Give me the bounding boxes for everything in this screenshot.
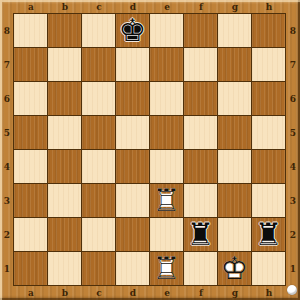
piece-white-king[interactable]: ♚♔	[218, 252, 251, 285]
square-e3[interactable]: ♜♖	[150, 184, 183, 217]
square-g8[interactable]	[218, 14, 251, 47]
rank-label-2: 2	[287, 218, 299, 252]
square-b5[interactable]	[48, 116, 81, 149]
white-king-outline-glyph: ♔	[218, 252, 251, 285]
square-b3[interactable]	[48, 184, 81, 217]
rank-label-3: 3	[287, 184, 299, 218]
square-a6[interactable]	[14, 82, 47, 115]
rank-label-7: 7	[287, 48, 299, 82]
piece-black-rook[interactable]: ♜	[184, 218, 217, 251]
square-b2[interactable]	[48, 218, 81, 251]
square-f7[interactable]	[184, 48, 217, 81]
square-a8[interactable]	[14, 14, 47, 47]
square-h5[interactable]	[252, 116, 285, 149]
square-g4[interactable]	[218, 150, 251, 183]
rank-label-7: 7	[1, 48, 13, 82]
black-rook-glyph: ♜	[252, 218, 285, 251]
square-f6[interactable]	[184, 82, 217, 115]
square-d8[interactable]: ♚	[116, 14, 149, 47]
file-label-e: e	[150, 287, 184, 299]
square-e1[interactable]: ♜♖	[150, 252, 183, 285]
white-rook-outline-glyph: ♖	[150, 184, 183, 217]
file-label-f: f	[184, 1, 218, 13]
rank-label-2: 2	[1, 218, 13, 252]
file-labels-top: abcdefgh	[14, 1, 286, 13]
piece-black-rook[interactable]: ♜	[252, 218, 285, 251]
rank-label-1: 1	[287, 252, 299, 286]
rank-label-1: 1	[1, 252, 13, 286]
square-b4[interactable]	[48, 150, 81, 183]
rank-label-4: 4	[1, 150, 13, 184]
square-h8[interactable]	[252, 14, 285, 47]
square-f8[interactable]	[184, 14, 217, 47]
square-g6[interactable]	[218, 82, 251, 115]
square-h2[interactable]: ♜	[252, 218, 285, 251]
chess-board: ♚♜♖♜♜♜♖♚♔	[13, 13, 286, 286]
square-a1[interactable]	[14, 252, 47, 285]
rank-label-8: 8	[287, 14, 299, 48]
square-c8[interactable]	[82, 14, 115, 47]
file-label-c: c	[82, 1, 116, 13]
square-f2[interactable]: ♜	[184, 218, 217, 251]
file-label-g: g	[218, 1, 252, 13]
square-d6[interactable]	[116, 82, 149, 115]
square-c7[interactable]	[82, 48, 115, 81]
square-g2[interactable]	[218, 218, 251, 251]
file-label-b: b	[48, 1, 82, 13]
black-rook-glyph: ♜	[184, 218, 217, 251]
file-label-b: b	[48, 287, 82, 299]
square-e5[interactable]	[150, 116, 183, 149]
square-d1[interactable]	[116, 252, 149, 285]
square-c2[interactable]	[82, 218, 115, 251]
rank-label-8: 8	[1, 14, 13, 48]
square-h4[interactable]	[252, 150, 285, 183]
rank-labels-left: 87654321	[1, 14, 13, 286]
square-h6[interactable]	[252, 82, 285, 115]
piece-white-rook[interactable]: ♜♖	[150, 252, 183, 285]
rank-labels-right: 87654321	[287, 14, 299, 286]
white-to-move-indicator	[287, 285, 297, 295]
square-a3[interactable]	[14, 184, 47, 217]
square-b1[interactable]	[48, 252, 81, 285]
file-label-a: a	[14, 287, 48, 299]
square-d4[interactable]	[116, 150, 149, 183]
square-e6[interactable]	[150, 82, 183, 115]
square-g5[interactable]	[218, 116, 251, 149]
square-a2[interactable]	[14, 218, 47, 251]
black-king-glyph: ♚	[116, 14, 149, 47]
square-e8[interactable]	[150, 14, 183, 47]
square-h1[interactable]	[252, 252, 285, 285]
file-labels-bottom: abcdefgh	[14, 287, 286, 299]
square-c6[interactable]	[82, 82, 115, 115]
square-e7[interactable]	[150, 48, 183, 81]
square-h3[interactable]	[252, 184, 285, 217]
file-label-g: g	[218, 287, 252, 299]
square-b8[interactable]	[48, 14, 81, 47]
rank-label-5: 5	[287, 116, 299, 150]
square-e4[interactable]	[150, 150, 183, 183]
square-g3[interactable]	[218, 184, 251, 217]
file-label-d: d	[116, 287, 150, 299]
piece-white-rook[interactable]: ♜♖	[150, 184, 183, 217]
file-label-f: f	[184, 287, 218, 299]
rank-label-6: 6	[1, 82, 13, 116]
square-f3[interactable]	[184, 184, 217, 217]
square-f4[interactable]	[184, 150, 217, 183]
square-d2[interactable]	[116, 218, 149, 251]
piece-black-king[interactable]: ♚	[116, 14, 149, 47]
white-rook-outline-glyph: ♖	[150, 252, 183, 285]
square-f1[interactable]	[184, 252, 217, 285]
square-e2[interactable]	[150, 218, 183, 251]
rank-label-4: 4	[287, 150, 299, 184]
square-d5[interactable]	[116, 116, 149, 149]
square-h7[interactable]	[252, 48, 285, 81]
file-label-h: h	[252, 1, 286, 13]
square-b7[interactable]	[48, 48, 81, 81]
square-c5[interactable]	[82, 116, 115, 149]
rank-label-6: 6	[287, 82, 299, 116]
chess-board-frame: abcdefgh abcdefgh 87654321 87654321 ♚♜♖♜…	[0, 0, 300, 300]
square-f5[interactable]	[184, 116, 217, 149]
rank-label-3: 3	[1, 184, 13, 218]
square-d3[interactable]	[116, 184, 149, 217]
file-label-a: a	[14, 1, 48, 13]
square-a5[interactable]	[14, 116, 47, 149]
square-c4[interactable]	[82, 150, 115, 183]
square-c3[interactable]	[82, 184, 115, 217]
square-g7[interactable]	[218, 48, 251, 81]
square-b6[interactable]	[48, 82, 81, 115]
square-d7[interactable]	[116, 48, 149, 81]
file-label-h: h	[252, 287, 286, 299]
square-a4[interactable]	[14, 150, 47, 183]
square-a7[interactable]	[14, 48, 47, 81]
square-c1[interactable]	[82, 252, 115, 285]
rank-label-5: 5	[1, 116, 13, 150]
square-g1[interactable]: ♚♔	[218, 252, 251, 285]
file-label-c: c	[82, 287, 116, 299]
file-label-e: e	[150, 1, 184, 13]
